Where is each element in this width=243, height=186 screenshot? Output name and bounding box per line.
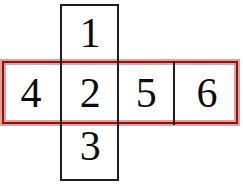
net-cell-6: 6: [174, 62, 240, 124]
net-cell-1: 1: [62, 4, 119, 62]
cube-net-board: 1 4 2 5 6 3: [0, 0, 243, 186]
net-cell-1-label: 1: [80, 12, 101, 54]
net-cell-5: 5: [119, 62, 175, 124]
net-cell-2: 2: [62, 62, 119, 124]
net-cell-5-label: 5: [136, 72, 157, 114]
net-cell-2-label: 2: [80, 72, 101, 114]
net-cell-3-label: 3: [80, 125, 101, 167]
net-cell-4: 4: [0, 62, 62, 124]
net-grid: 1 4 2 5 6 3: [0, 4, 240, 181]
net-cell-4-label: 4: [21, 72, 42, 114]
net-cell-6-label: 6: [197, 72, 218, 114]
net-cell-3: 3: [62, 124, 119, 181]
